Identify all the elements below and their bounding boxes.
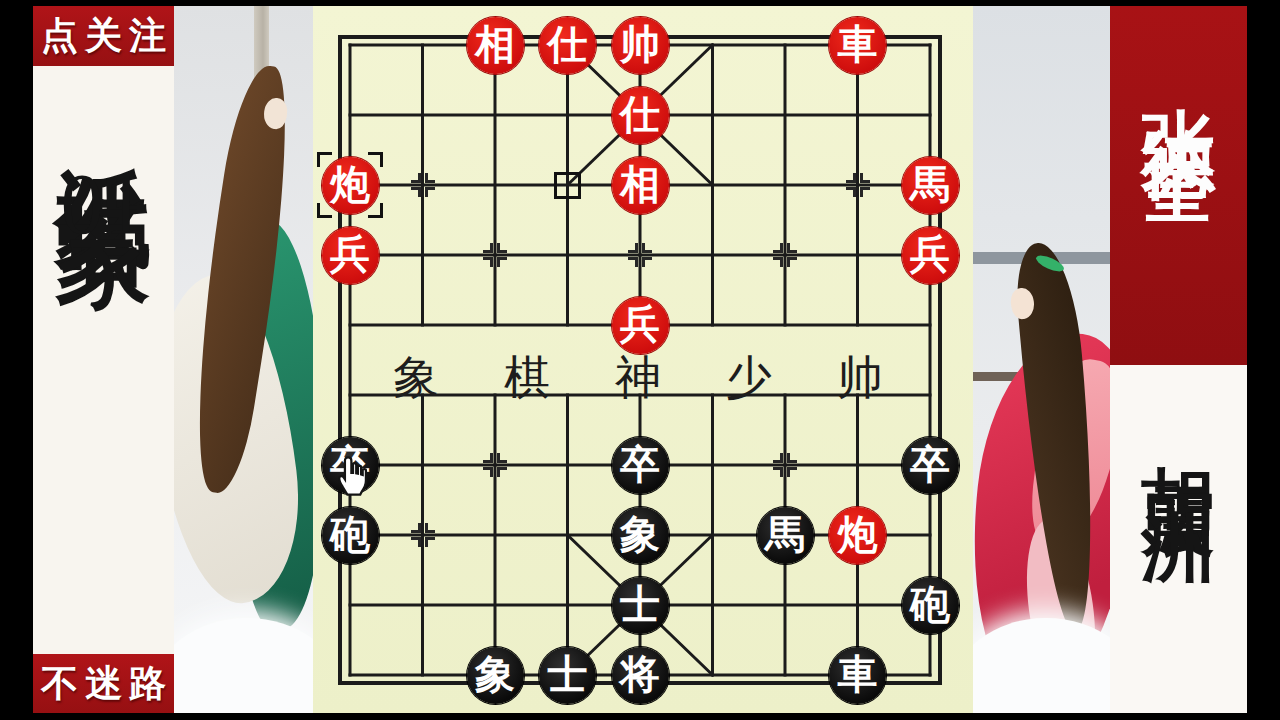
piece-black-e7[interactable]: 象 <box>612 507 669 564</box>
last-move-origin-marker <box>554 172 581 199</box>
point-marker <box>773 243 797 267</box>
piece-red-h7[interactable]: 炮 <box>829 507 886 564</box>
piece-black-e9[interactable]: 将 <box>612 647 669 704</box>
snow-ground <box>174 618 313 713</box>
piece-red-e4[interactable]: 兵 <box>612 297 669 354</box>
red-player-banner: 张德奎 <box>1110 6 1247 365</box>
left-figure-illustration <box>174 6 313 713</box>
piece-black-c9[interactable]: 象 <box>467 647 524 704</box>
video-frame: 点关注 近代名家 01 不迷路 象棋神少帅 相仕帅車仕炮相馬兵兵兵炮卒卒卒砲象馬… <box>0 0 1280 720</box>
piece-black-i6[interactable]: 卒 <box>902 437 959 494</box>
point-marker <box>773 453 797 477</box>
piece-red-c0[interactable]: 相 <box>467 17 524 74</box>
series-title-panel: 近代名家 01 <box>33 66 174 654</box>
piece-black-a7[interactable]: 砲 <box>322 507 379 564</box>
piece-black-e8[interactable]: 士 <box>612 577 669 634</box>
piece-red-e1[interactable]: 仕 <box>612 87 669 144</box>
piece-red-h0[interactable]: 車 <box>829 17 886 74</box>
red-player-name: 张德奎 <box>1142 48 1216 365</box>
piece-black-h9[interactable]: 車 <box>829 647 886 704</box>
follow-banner-label: 点关注 <box>34 11 173 61</box>
piece-red-i2[interactable]: 馬 <box>902 157 959 214</box>
follow-banner[interactable]: 点关注 <box>33 6 174 66</box>
snow-ground <box>973 618 1110 713</box>
point-marker <box>483 453 507 477</box>
point-marker <box>411 173 435 197</box>
piece-black-e6[interactable]: 卒 <box>612 437 669 494</box>
last-move-destination-marker <box>317 152 383 218</box>
piece-black-i8[interactable]: 砲 <box>902 577 959 634</box>
piece-red-a3[interactable]: 兵 <box>322 227 379 284</box>
piece-black-g7[interactable]: 馬 <box>757 507 814 564</box>
piece-red-e0[interactable]: 帅 <box>612 17 669 74</box>
xiangqi-board: 象棋神少帅 相仕帅車仕炮相馬兵兵兵炮卒卒卒砲象馬士砲象士将車 <box>313 6 973 713</box>
point-marker <box>411 523 435 547</box>
piece-red-e2[interactable]: 相 <box>612 157 669 214</box>
episode-number: 01 <box>61 154 147 254</box>
piece-red-d0[interactable]: 仕 <box>539 17 596 74</box>
point-marker <box>628 243 652 267</box>
piece-black-d9[interactable]: 士 <box>539 647 596 704</box>
right-figure-illustration <box>973 6 1110 713</box>
point-marker <box>483 243 507 267</box>
black-player-banner: 胡震洲 <box>1110 365 1247 713</box>
dont-get-lost-label: 不迷路 <box>34 659 173 709</box>
piece-red-i3[interactable]: 兵 <box>902 227 959 284</box>
river-watermark-text: 象棋神少帅 <box>393 347 948 409</box>
point-marker <box>846 173 870 197</box>
black-player-name: 胡震洲 <box>1142 405 1216 713</box>
dont-get-lost-banner[interactable]: 不迷路 <box>33 654 174 713</box>
series-title: 近代名家 <box>56 88 152 144</box>
